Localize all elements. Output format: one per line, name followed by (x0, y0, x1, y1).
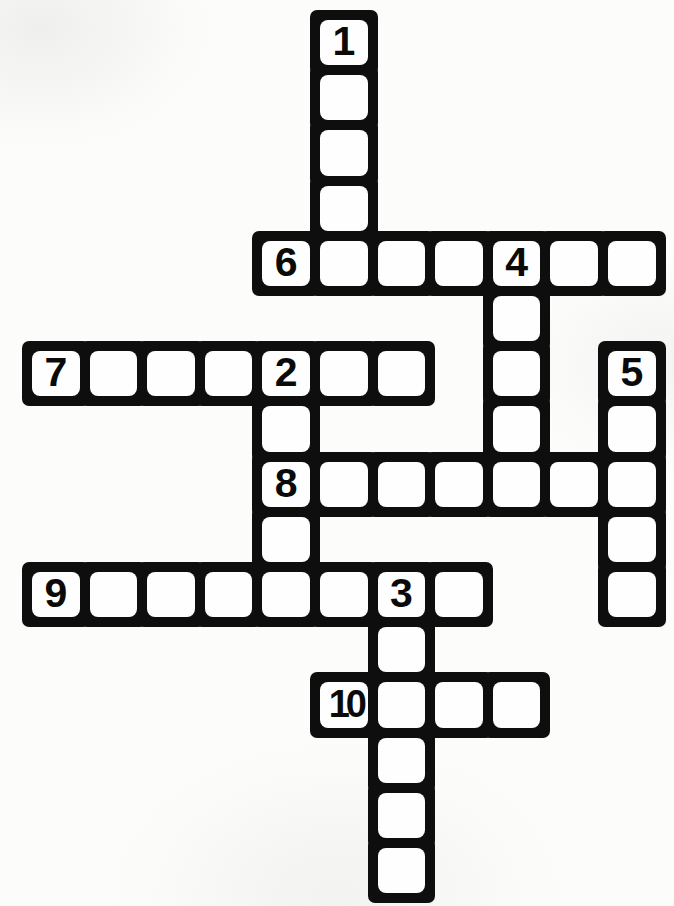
cell-r15-c6[interactable] (368, 838, 436, 903)
clue-number-8: 8 (275, 463, 298, 504)
clue-number-2: 2 (275, 352, 298, 393)
clue-number-7: 7 (44, 352, 67, 393)
cell-r10-c7[interactable] (425, 562, 493, 627)
clue-number-5: 5 (620, 352, 643, 393)
cell-r6-c6[interactable] (368, 341, 436, 406)
clue-number-6: 6 (275, 242, 298, 283)
cell-r10-c10[interactable] (598, 562, 666, 627)
cell-r4-c10[interactable] (598, 231, 666, 296)
clue-number-10: 10 (329, 685, 363, 723)
scanned-puzzle-page: 16472589310 (0, 0, 674, 906)
cell-r12-c8[interactable] (483, 672, 551, 737)
clue-number-1: 1 (332, 21, 355, 62)
clue-number-4: 4 (505, 242, 528, 283)
crossword-board: 16472589310 (0, 0, 674, 906)
clue-number-3: 3 (390, 573, 413, 614)
clue-number-9: 9 (44, 573, 67, 614)
